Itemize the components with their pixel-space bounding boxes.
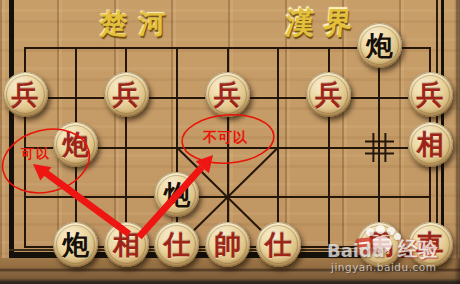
not-allowed-label: 不可以	[203, 129, 248, 147]
not-allowed-arrow	[139, 155, 213, 237]
xiangqi-app: 楚河 漢界 炮兵兵兵兵兵炮相炮炮相仕帥仕馬車	[0, 0, 460, 284]
allowed-label: 可以	[21, 145, 51, 163]
